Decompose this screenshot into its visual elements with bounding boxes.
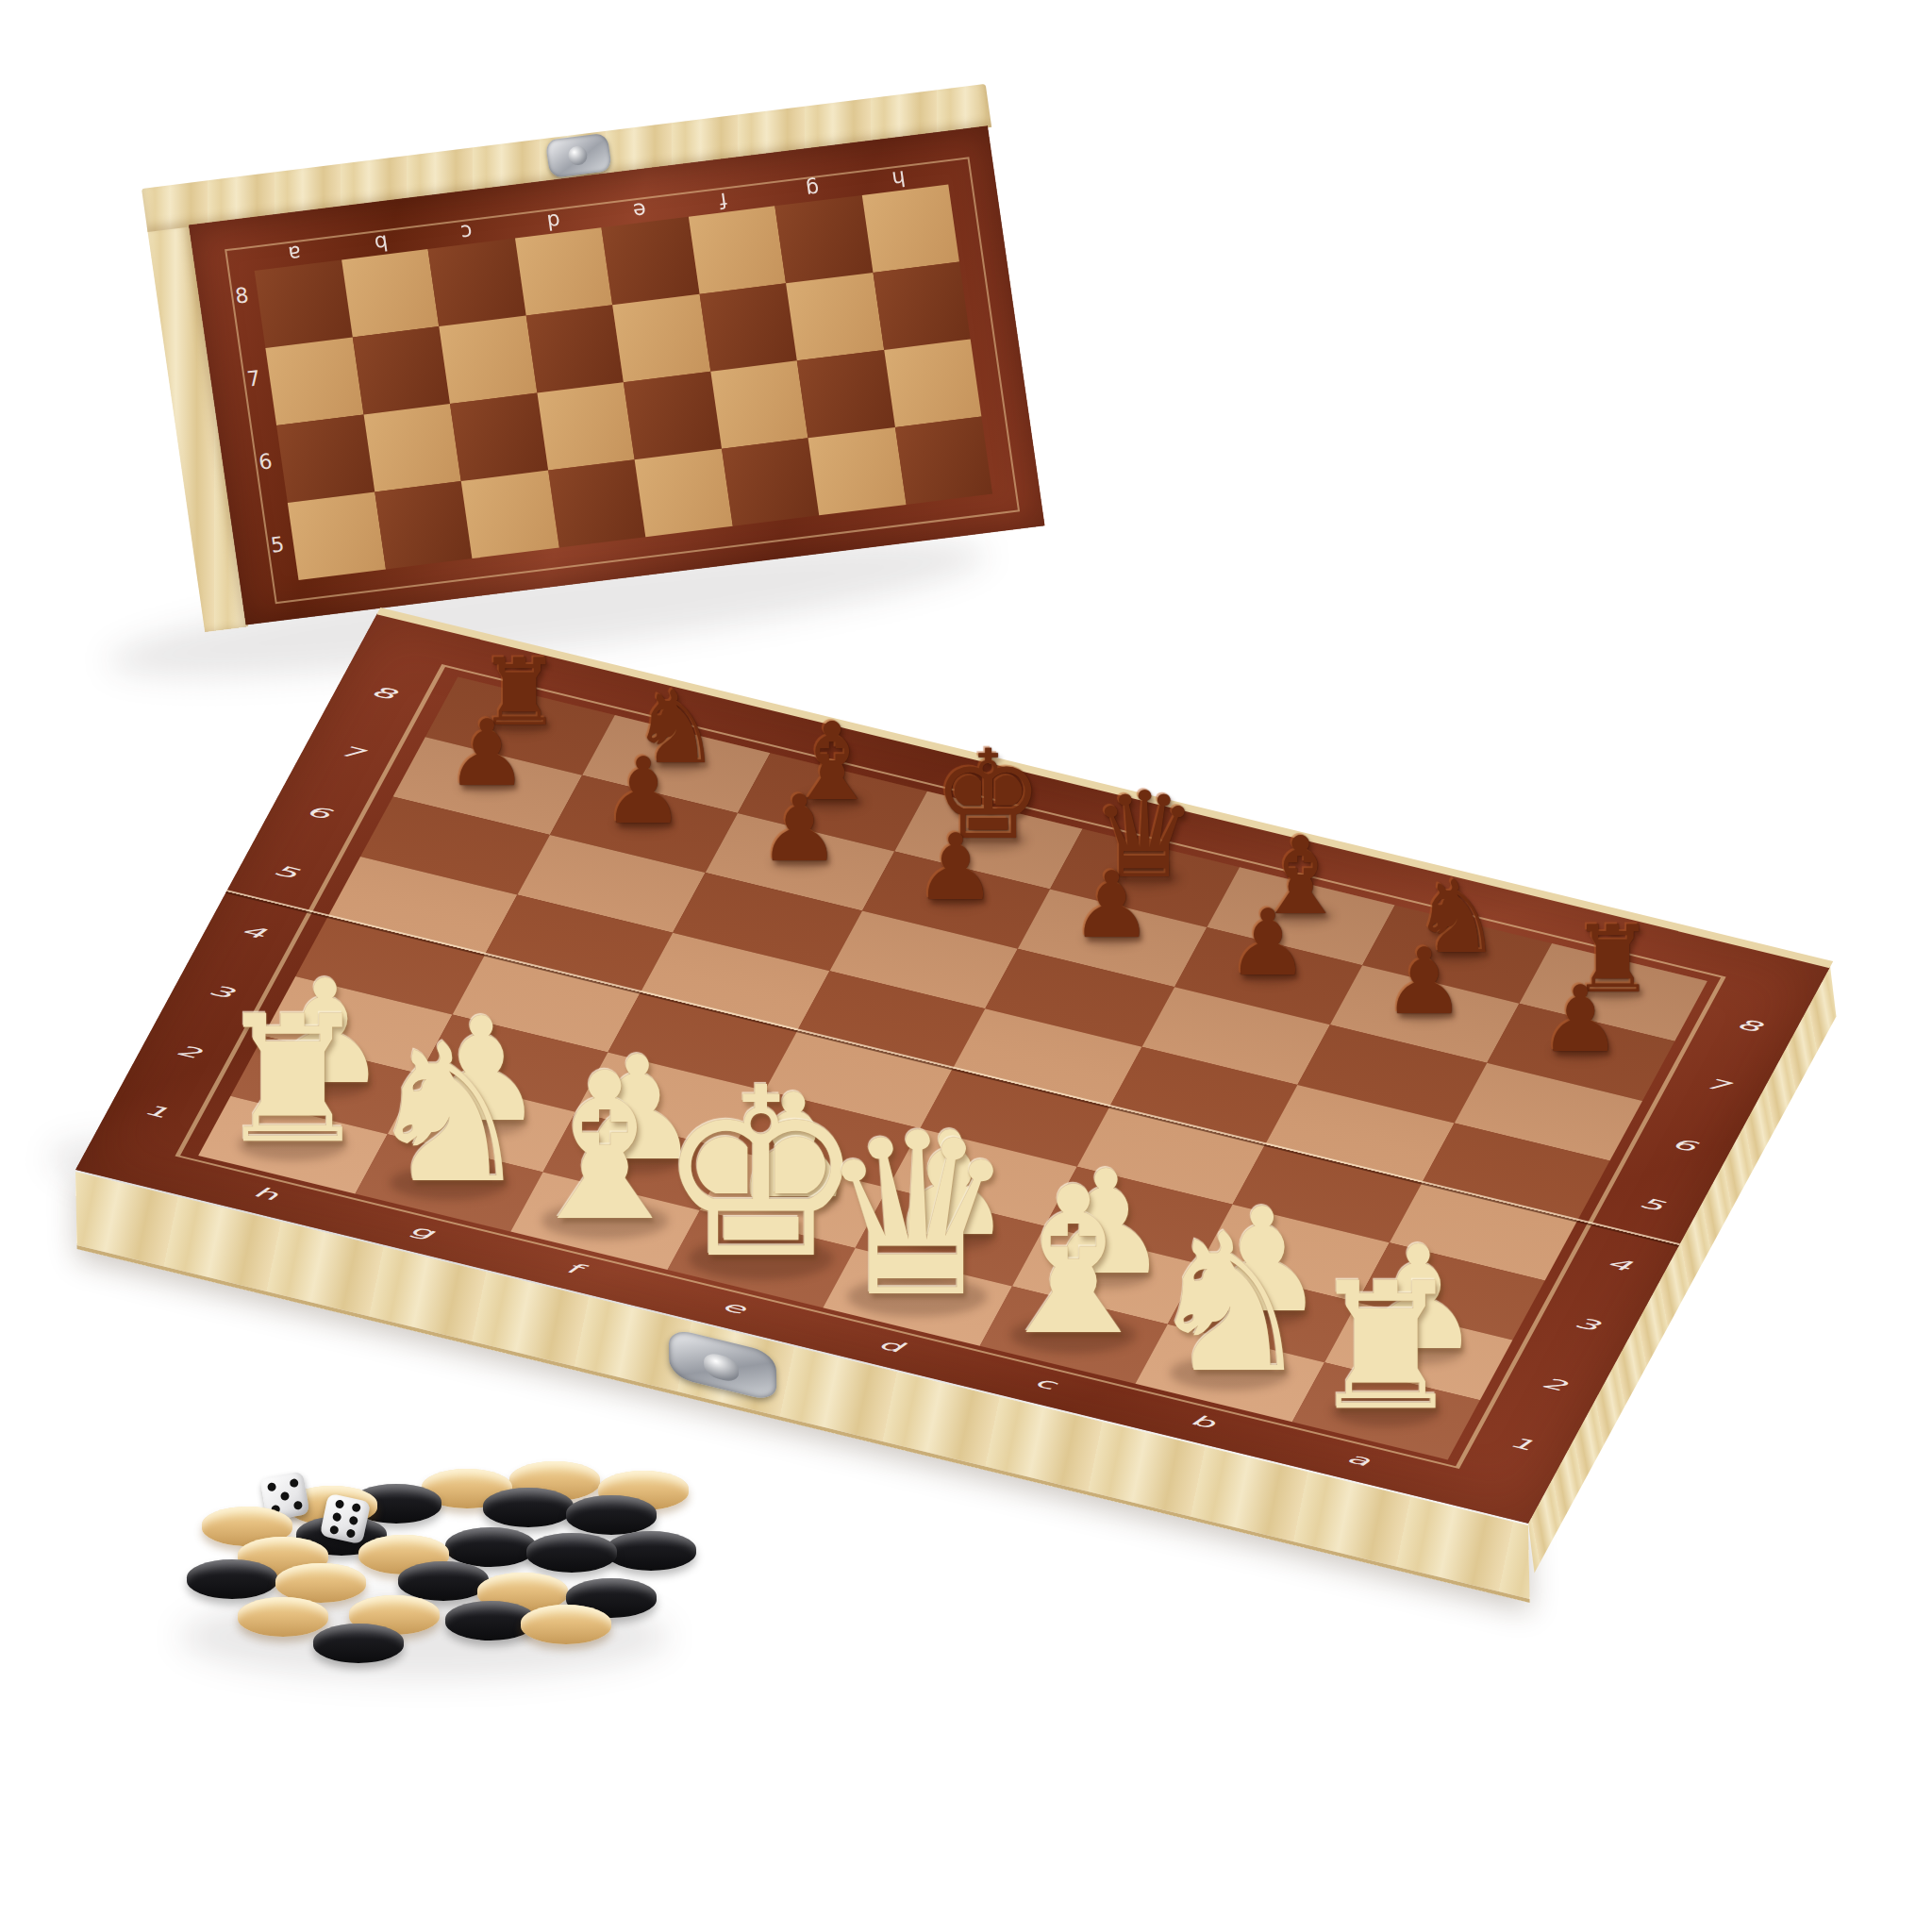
box-square [797, 350, 895, 438]
die-pip [349, 1516, 359, 1526]
rank-label-right-5: 5 [1637, 1195, 1666, 1214]
box-square [808, 427, 907, 515]
checker-disc-cream [238, 1597, 328, 1637]
die-pip [335, 1499, 345, 1509]
box-square [363, 404, 461, 491]
rank-label-right-2: 2 [1540, 1374, 1569, 1393]
piece-white-bishop-c1: ♝ [982, 1160, 1164, 1363]
rank-label-right-6: 6 [1669, 1136, 1698, 1155]
box-square [525, 305, 624, 392]
piece-black-pawn-g7: ♟ [603, 745, 685, 837]
die-pip [267, 1482, 276, 1491]
box-square [884, 340, 982, 427]
box-square [265, 337, 363, 425]
box-square [352, 326, 450, 414]
box-square [624, 372, 722, 459]
piece-black-pawn-c7: ♟ [1227, 897, 1309, 989]
die-pip [329, 1524, 340, 1535]
checker-disc-black [566, 1495, 657, 1535]
box-rank-label: 7 [245, 368, 261, 391]
rank-label-left-1: 1 [142, 1102, 171, 1121]
piece-black-pawn-d7: ♟ [1071, 859, 1153, 951]
checker-disc-black [606, 1531, 696, 1571]
die-pip [280, 1491, 290, 1501]
checker-disc-black [313, 1624, 404, 1663]
box-square [428, 239, 526, 326]
box-square [439, 316, 537, 404]
piece-black-pawn-a7: ♟ [1540, 974, 1622, 1065]
box-rank-label: 5 [270, 534, 286, 557]
die-2-showing-6 [320, 1493, 372, 1545]
box-square [774, 195, 873, 283]
box-square [461, 471, 559, 558]
box-square [375, 481, 473, 569]
checker-disc-black [187, 1559, 277, 1599]
board-clasp-icon [669, 1327, 777, 1403]
rank-label-left-2: 2 [174, 1042, 203, 1061]
rank-label-left-8: 8 [368, 683, 397, 702]
piece-black-pawn-e7: ♟ [915, 821, 997, 912]
file-label-a: a [1344, 1450, 1373, 1469]
box-square [341, 249, 440, 337]
box-square [710, 360, 808, 448]
piece-black-pawn-b7: ♟ [1383, 935, 1465, 1026]
rank-label-right-7: 7 [1702, 1075, 1731, 1094]
box-square [699, 283, 797, 371]
piece-white-rook-a1: ♜ [1307, 1260, 1465, 1436]
piece-white-knight-g1: ♞ [363, 1019, 534, 1209]
piece-white-rook-h1: ♜ [214, 994, 372, 1170]
box-square [894, 417, 992, 505]
box-clasp-icon [545, 133, 612, 178]
box-square [514, 227, 612, 315]
rank-label-right-3: 3 [1572, 1315, 1601, 1334]
piece-white-knight-b1: ♞ [1144, 1208, 1315, 1399]
box-square [288, 491, 386, 579]
box-square [255, 259, 353, 347]
box-file-label: d [545, 209, 561, 232]
box-square [688, 206, 786, 293]
rank-label-left-6: 6 [304, 803, 333, 822]
box-square [450, 393, 548, 481]
piece-black-pawn-f7: ♟ [758, 783, 841, 874]
die-pip [346, 1528, 357, 1539]
box-square [276, 414, 375, 502]
checker-disc-cream [521, 1605, 611, 1644]
box-square [601, 217, 699, 305]
checker-disc-black [526, 1533, 617, 1573]
box-file-label: b [373, 231, 389, 254]
box-square [722, 438, 820, 525]
box-square [548, 459, 646, 547]
box-square [861, 185, 959, 273]
box-square [537, 382, 635, 470]
checker-disc-black [398, 1561, 489, 1601]
rank-label-right-1: 1 [1507, 1435, 1536, 1454]
piece-black-pawn-h7: ♟ [446, 707, 528, 798]
die-pip [293, 1500, 303, 1509]
rank-label-right-8: 8 [1734, 1016, 1763, 1035]
checker-disc-black [445, 1527, 536, 1567]
box-file-label: h [891, 167, 907, 190]
box-file-label: e [632, 199, 648, 222]
file-label-h: h [251, 1184, 280, 1203]
box-square [873, 262, 971, 350]
die-pip [332, 1512, 342, 1523]
rank-label-left-4: 4 [239, 923, 268, 941]
box-rank-label: 6 [258, 451, 274, 474]
box-square [612, 294, 710, 382]
product-photo-chess-set: 8765abcdefgh hgfedcba8877665544332211 ♜♞… [0, 0, 1932, 1932]
die-pip [352, 1503, 362, 1513]
box-file-label: g [805, 177, 821, 200]
rank-label-left-7: 7 [336, 743, 365, 762]
rank-label-right-4: 4 [1604, 1255, 1633, 1274]
box-square [786, 273, 884, 360]
box-rank-label: 8 [234, 285, 250, 308]
die-pip [289, 1478, 298, 1488]
checker-disc-black [483, 1488, 574, 1527]
rank-label-left-5: 5 [271, 862, 300, 881]
box-square [635, 449, 733, 537]
